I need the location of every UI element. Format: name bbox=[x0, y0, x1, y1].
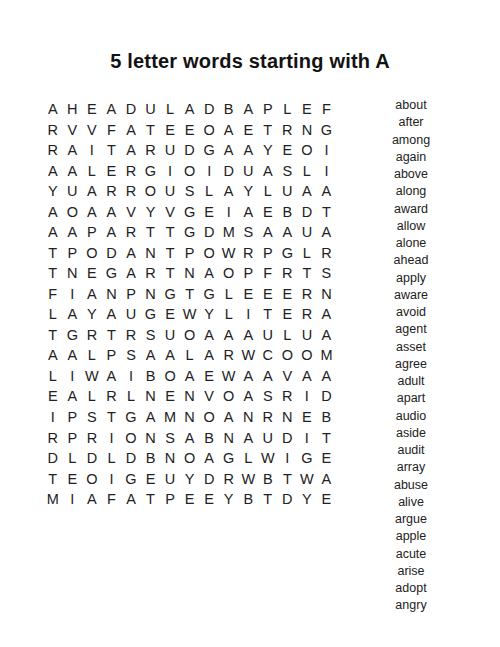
grid-cell-r1c6[interactable]: U bbox=[141, 99, 161, 120]
grid-cell-r8c10[interactable]: W bbox=[219, 243, 239, 264]
grid-cell-r4c5[interactable]: R bbox=[121, 161, 141, 182]
grid-cell-r13c11[interactable]: W bbox=[238, 345, 258, 366]
grid-cell-r9c11[interactable]: P bbox=[238, 263, 258, 284]
grid-cell-r12c2[interactable]: G bbox=[63, 325, 83, 346]
grid-cell-r15c9[interactable]: V bbox=[199, 386, 219, 407]
grid-cell-r14c6[interactable]: B bbox=[141, 366, 161, 387]
grid-cell-r4c9[interactable]: I bbox=[199, 161, 219, 182]
grid-cell-r16c4[interactable]: T bbox=[102, 407, 122, 428]
grid-cell-r2c5[interactable]: A bbox=[121, 120, 141, 141]
grid-cell-r17c11[interactable]: A bbox=[238, 427, 258, 448]
grid-cell-r8c15[interactable]: R bbox=[317, 243, 337, 264]
grid-cell-r4c10[interactable]: D bbox=[219, 161, 239, 182]
grid-cell-r16c10[interactable]: A bbox=[219, 407, 239, 428]
grid-cell-r16c5[interactable]: G bbox=[121, 407, 141, 428]
grid-cell-r3c2[interactable]: A bbox=[63, 140, 83, 161]
grid-cell-r3c13[interactable]: E bbox=[278, 140, 298, 161]
grid-cell-r11c3[interactable]: Y bbox=[82, 304, 102, 325]
grid-cell-r2c15[interactable]: G bbox=[317, 120, 337, 141]
grid-cell-r20c14[interactable]: Y bbox=[297, 489, 317, 510]
grid-cell-r7c3[interactable]: P bbox=[82, 222, 102, 243]
grid-cell-r12c12[interactable]: U bbox=[258, 325, 278, 346]
grid-cell-r11c6[interactable]: G bbox=[141, 304, 161, 325]
grid-cell-r8c3[interactable]: O bbox=[82, 243, 102, 264]
grid-cell-r17c9[interactable]: B bbox=[199, 427, 219, 448]
grid-cell-r15c1[interactable]: E bbox=[43, 386, 63, 407]
grid-cell-r3c4[interactable]: T bbox=[102, 140, 122, 161]
grid-cell-r12c10[interactable]: A bbox=[219, 325, 239, 346]
grid-cell-r20c9[interactable]: E bbox=[199, 489, 219, 510]
grid-cell-r15c12[interactable]: S bbox=[258, 386, 278, 407]
grid-cell-r7c14[interactable]: U bbox=[297, 222, 317, 243]
grid-cell-r20c11[interactable]: B bbox=[238, 489, 258, 510]
grid-cell-r10c4[interactable]: N bbox=[102, 284, 122, 305]
grid-cell-r17c7[interactable]: S bbox=[160, 427, 180, 448]
grid-cell-r15c7[interactable]: E bbox=[160, 386, 180, 407]
grid-cell-r17c4[interactable]: I bbox=[102, 427, 122, 448]
grid-cell-r19c13[interactable]: T bbox=[278, 468, 298, 489]
grid-cell-r14c5[interactable]: I bbox=[121, 366, 141, 387]
grid-cell-r13c5[interactable]: S bbox=[121, 345, 141, 366]
grid-cell-r1c2[interactable]: H bbox=[63, 99, 83, 120]
grid-cell-r17c13[interactable]: D bbox=[278, 427, 298, 448]
grid-cell-r5c8[interactable]: S bbox=[180, 181, 200, 202]
grid-cell-r8c4[interactable]: D bbox=[102, 243, 122, 264]
grid-cell-r13c8[interactable]: L bbox=[180, 345, 200, 366]
grid-cell-r13c7[interactable]: A bbox=[160, 345, 180, 366]
grid-cell-r11c14[interactable]: R bbox=[297, 304, 317, 325]
grid-cell-r11c1[interactable]: L bbox=[43, 304, 63, 325]
grid-cell-r9c13[interactable]: R bbox=[278, 263, 298, 284]
grid-cell-r12c1[interactable]: T bbox=[43, 325, 63, 346]
grid-cell-r16c8[interactable]: N bbox=[180, 407, 200, 428]
grid-cell-r3c3[interactable]: I bbox=[82, 140, 102, 161]
grid-cell-r13c9[interactable]: A bbox=[199, 345, 219, 366]
grid-cell-r3c10[interactable]: A bbox=[219, 140, 239, 161]
grid-cell-r7c10[interactable]: M bbox=[219, 222, 239, 243]
grid-cell-r2c4[interactable]: F bbox=[102, 120, 122, 141]
grid-cell-r1c4[interactable]: A bbox=[102, 99, 122, 120]
grid-cell-r17c1[interactable]: R bbox=[43, 427, 63, 448]
grid-cell-r8c7[interactable]: T bbox=[160, 243, 180, 264]
grid-cell-r10c2[interactable]: I bbox=[63, 284, 83, 305]
grid-cell-r16c2[interactable]: P bbox=[63, 407, 83, 428]
grid-cell-r4c15[interactable]: I bbox=[317, 161, 337, 182]
grid-cell-r19c10[interactable]: R bbox=[219, 468, 239, 489]
grid-cell-r3c8[interactable]: D bbox=[180, 140, 200, 161]
grid-cell-r6c8[interactable]: G bbox=[180, 202, 200, 223]
grid-cell-r1c11[interactable]: A bbox=[238, 99, 258, 120]
grid-cell-r18c2[interactable]: L bbox=[63, 448, 83, 469]
grid-cell-r4c12[interactable]: A bbox=[258, 161, 278, 182]
grid-cell-r14c9[interactable]: E bbox=[199, 366, 219, 387]
grid-cell-r9c2[interactable]: N bbox=[63, 263, 83, 284]
grid-cell-r17c5[interactable]: O bbox=[121, 427, 141, 448]
grid-cell-r11c11[interactable]: I bbox=[238, 304, 258, 325]
grid-cell-r13c1[interactable]: A bbox=[43, 345, 63, 366]
grid-cell-r10c13[interactable]: E bbox=[278, 284, 298, 305]
grid-cell-r15c8[interactable]: N bbox=[180, 386, 200, 407]
grid-cell-r6c5[interactable]: V bbox=[121, 202, 141, 223]
grid-cell-r7c2[interactable]: A bbox=[63, 222, 83, 243]
grid-cell-r7c15[interactable]: A bbox=[317, 222, 337, 243]
grid-cell-r5c7[interactable]: U bbox=[160, 181, 180, 202]
grid-cell-r17c14[interactable]: I bbox=[297, 427, 317, 448]
grid-cell-r17c12[interactable]: U bbox=[258, 427, 278, 448]
grid-cell-r16c15[interactable]: B bbox=[317, 407, 337, 428]
grid-cell-r19c11[interactable]: W bbox=[238, 468, 258, 489]
grid-cell-r10c7[interactable]: G bbox=[160, 284, 180, 305]
grid-cell-r19c1[interactable]: T bbox=[43, 468, 63, 489]
grid-cell-r4c7[interactable]: I bbox=[160, 161, 180, 182]
grid-cell-r1c12[interactable]: P bbox=[258, 99, 278, 120]
grid-cell-r1c10[interactable]: B bbox=[219, 99, 239, 120]
grid-cell-r11c12[interactable]: T bbox=[258, 304, 278, 325]
grid-cell-r20c2[interactable]: I bbox=[63, 489, 83, 510]
grid-cell-r10c11[interactable]: E bbox=[238, 284, 258, 305]
grid-cell-r2c1[interactable]: R bbox=[43, 120, 63, 141]
grid-cell-r4c14[interactable]: L bbox=[297, 161, 317, 182]
grid-cell-r14c1[interactable]: L bbox=[43, 366, 63, 387]
grid-cell-r2c12[interactable]: T bbox=[258, 120, 278, 141]
grid-cell-r10c15[interactable]: N bbox=[317, 284, 337, 305]
grid-cell-r14c7[interactable]: O bbox=[160, 366, 180, 387]
grid-cell-r7c12[interactable]: A bbox=[258, 222, 278, 243]
grid-cell-r18c10[interactable]: G bbox=[219, 448, 239, 469]
grid-cell-r18c15[interactable]: E bbox=[317, 448, 337, 469]
grid-cell-r19c15[interactable]: A bbox=[317, 468, 337, 489]
grid-cell-r17c2[interactable]: P bbox=[63, 427, 83, 448]
grid-cell-r2c9[interactable]: O bbox=[199, 120, 219, 141]
grid-cell-r1c13[interactable]: L bbox=[278, 99, 298, 120]
grid-cell-r8c13[interactable]: G bbox=[278, 243, 298, 264]
grid-cell-r12c8[interactable]: O bbox=[180, 325, 200, 346]
grid-cell-r1c3[interactable]: E bbox=[82, 99, 102, 120]
grid-cell-r11c13[interactable]: E bbox=[278, 304, 298, 325]
grid-cell-r9c4[interactable]: G bbox=[102, 263, 122, 284]
grid-cell-r10c6[interactable]: N bbox=[141, 284, 161, 305]
grid-cell-r13c12[interactable]: C bbox=[258, 345, 278, 366]
grid-cell-r18c13[interactable]: I bbox=[278, 448, 298, 469]
grid-cell-r7c5[interactable]: R bbox=[121, 222, 141, 243]
grid-cell-r14c8[interactable]: A bbox=[180, 366, 200, 387]
grid-cell-r18c1[interactable]: D bbox=[43, 448, 63, 469]
grid-cell-r7c4[interactable]: A bbox=[102, 222, 122, 243]
grid-cell-r8c1[interactable]: T bbox=[43, 243, 63, 264]
grid-cell-r20c5[interactable]: A bbox=[121, 489, 141, 510]
grid-cell-r19c8[interactable]: Y bbox=[180, 468, 200, 489]
grid-cell-r16c1[interactable]: I bbox=[43, 407, 63, 428]
grid-cell-r16c7[interactable]: M bbox=[160, 407, 180, 428]
grid-cell-r17c15[interactable]: T bbox=[317, 427, 337, 448]
grid-cell-r9c12[interactable]: F bbox=[258, 263, 278, 284]
grid-cell-r20c6[interactable]: T bbox=[141, 489, 161, 510]
grid-cell-r19c7[interactable]: U bbox=[160, 468, 180, 489]
grid-cell-r12c5[interactable]: R bbox=[121, 325, 141, 346]
grid-cell-r3c9[interactable]: G bbox=[199, 140, 219, 161]
grid-cell-r8c8[interactable]: P bbox=[180, 243, 200, 264]
grid-cell-r10c3[interactable]: A bbox=[82, 284, 102, 305]
grid-cell-r11c4[interactable]: A bbox=[102, 304, 122, 325]
grid-cell-r14c11[interactable]: A bbox=[238, 366, 258, 387]
grid-cell-r12c9[interactable]: A bbox=[199, 325, 219, 346]
grid-cell-r8c11[interactable]: R bbox=[238, 243, 258, 264]
grid-cell-r19c5[interactable]: G bbox=[121, 468, 141, 489]
grid-cell-r10c8[interactable]: T bbox=[180, 284, 200, 305]
grid-cell-r6c7[interactable]: V bbox=[160, 202, 180, 223]
grid-cell-r5c5[interactable]: R bbox=[121, 181, 141, 202]
grid-cell-r19c6[interactable]: E bbox=[141, 468, 161, 489]
grid-cell-r18c4[interactable]: L bbox=[102, 448, 122, 469]
grid-cell-r1c7[interactable]: L bbox=[160, 99, 180, 120]
grid-cell-r18c7[interactable]: N bbox=[160, 448, 180, 469]
grid-cell-r16c13[interactable]: N bbox=[278, 407, 298, 428]
grid-cell-r10c10[interactable]: L bbox=[219, 284, 239, 305]
grid-cell-r20c12[interactable]: T bbox=[258, 489, 278, 510]
grid-cell-r2c13[interactable]: R bbox=[278, 120, 298, 141]
grid-cell-r2c2[interactable]: V bbox=[63, 120, 83, 141]
grid-cell-r18c5[interactable]: D bbox=[121, 448, 141, 469]
grid-cell-r2c6[interactable]: T bbox=[141, 120, 161, 141]
grid-cell-r15c4[interactable]: R bbox=[102, 386, 122, 407]
grid-cell-r6c14[interactable]: D bbox=[297, 202, 317, 223]
grid-cell-r9c7[interactable]: T bbox=[160, 263, 180, 284]
grid-cell-r18c11[interactable]: L bbox=[238, 448, 258, 469]
grid-cell-r2c3[interactable]: V bbox=[82, 120, 102, 141]
grid-cell-r13c4[interactable]: P bbox=[102, 345, 122, 366]
grid-cell-r15c2[interactable]: A bbox=[63, 386, 83, 407]
grid-cell-r13c2[interactable]: A bbox=[63, 345, 83, 366]
grid-cell-r2c11[interactable]: E bbox=[238, 120, 258, 141]
grid-cell-r14c4[interactable]: A bbox=[102, 366, 122, 387]
grid-cell-r5c10[interactable]: A bbox=[219, 181, 239, 202]
grid-cell-r14c13[interactable]: V bbox=[278, 366, 298, 387]
grid-cell-r1c1[interactable]: A bbox=[43, 99, 63, 120]
grid-cell-r5c9[interactable]: L bbox=[199, 181, 219, 202]
grid-cell-r6c15[interactable]: T bbox=[317, 202, 337, 223]
grid-cell-r6c13[interactable]: B bbox=[278, 202, 298, 223]
grid-cell-r5c3[interactable]: A bbox=[82, 181, 102, 202]
grid-cell-r20c13[interactable]: D bbox=[278, 489, 298, 510]
grid-cell-r6c10[interactable]: I bbox=[219, 202, 239, 223]
grid-cell-r18c14[interactable]: G bbox=[297, 448, 317, 469]
grid-cell-r8c14[interactable]: L bbox=[297, 243, 317, 264]
grid-cell-r7c7[interactable]: T bbox=[160, 222, 180, 243]
grid-cell-r15c6[interactable]: N bbox=[141, 386, 161, 407]
grid-cell-r11c2[interactable]: A bbox=[63, 304, 83, 325]
grid-cell-r3c7[interactable]: U bbox=[160, 140, 180, 161]
grid-cell-r7c13[interactable]: A bbox=[278, 222, 298, 243]
grid-cell-r4c1[interactable]: A bbox=[43, 161, 63, 182]
grid-cell-r18c12[interactable]: W bbox=[258, 448, 278, 469]
grid-cell-r18c6[interactable]: B bbox=[141, 448, 161, 469]
grid-cell-r15c11[interactable]: A bbox=[238, 386, 258, 407]
grid-cell-r11c15[interactable]: A bbox=[317, 304, 337, 325]
grid-cell-r19c4[interactable]: I bbox=[102, 468, 122, 489]
grid-cell-r18c3[interactable]: D bbox=[82, 448, 102, 469]
grid-cell-r2c8[interactable]: E bbox=[180, 120, 200, 141]
grid-cell-r15c15[interactable]: D bbox=[317, 386, 337, 407]
grid-cell-r13c6[interactable]: A bbox=[141, 345, 161, 366]
grid-cell-r4c11[interactable]: U bbox=[238, 161, 258, 182]
grid-cell-r14c15[interactable]: A bbox=[317, 366, 337, 387]
grid-cell-r1c5[interactable]: D bbox=[121, 99, 141, 120]
grid-cell-r19c3[interactable]: O bbox=[82, 468, 102, 489]
grid-cell-r17c10[interactable]: N bbox=[219, 427, 239, 448]
grid-cell-r15c10[interactable]: O bbox=[219, 386, 239, 407]
grid-cell-r1c9[interactable]: D bbox=[199, 99, 219, 120]
grid-cell-r13c15[interactable]: M bbox=[317, 345, 337, 366]
grid-cell-r6c4[interactable]: A bbox=[102, 202, 122, 223]
grid-cell-r9c1[interactable]: T bbox=[43, 263, 63, 284]
grid-cell-r14c10[interactable]: W bbox=[219, 366, 239, 387]
grid-cell-r6c1[interactable]: A bbox=[43, 202, 63, 223]
grid-cell-r5c4[interactable]: R bbox=[102, 181, 122, 202]
grid-cell-r15c5[interactable]: L bbox=[121, 386, 141, 407]
grid-cell-r14c2[interactable]: I bbox=[63, 366, 83, 387]
grid-cell-r19c2[interactable]: E bbox=[63, 468, 83, 489]
grid-cell-r11c10[interactable]: L bbox=[219, 304, 239, 325]
grid-cell-r2c14[interactable]: N bbox=[297, 120, 317, 141]
grid-cell-r20c4[interactable]: F bbox=[102, 489, 122, 510]
grid-cell-r16c6[interactable]: A bbox=[141, 407, 161, 428]
grid-cell-r9c5[interactable]: A bbox=[121, 263, 141, 284]
grid-cell-r13c13[interactable]: O bbox=[278, 345, 298, 366]
grid-cell-r17c3[interactable]: R bbox=[82, 427, 102, 448]
grid-cell-r4c8[interactable]: O bbox=[180, 161, 200, 182]
grid-cell-r4c3[interactable]: L bbox=[82, 161, 102, 182]
grid-cell-r6c3[interactable]: A bbox=[82, 202, 102, 223]
grid-cell-r4c2[interactable]: A bbox=[63, 161, 83, 182]
grid-cell-r13c3[interactable]: L bbox=[82, 345, 102, 366]
grid-cell-r9c14[interactable]: T bbox=[297, 263, 317, 284]
grid-cell-r3c15[interactable]: I bbox=[317, 140, 337, 161]
grid-cell-r7c11[interactable]: S bbox=[238, 222, 258, 243]
grid-cell-r15c13[interactable]: R bbox=[278, 386, 298, 407]
grid-cell-r5c6[interactable]: O bbox=[141, 181, 161, 202]
grid-cell-r11c9[interactable]: Y bbox=[199, 304, 219, 325]
grid-cell-r12c11[interactable]: A bbox=[238, 325, 258, 346]
grid-cell-r5c12[interactable]: L bbox=[258, 181, 278, 202]
grid-cell-r12c13[interactable]: L bbox=[278, 325, 298, 346]
grid-cell-r12c6[interactable]: S bbox=[141, 325, 161, 346]
grid-cell-r19c9[interactable]: D bbox=[199, 468, 219, 489]
grid-cell-r1c14[interactable]: E bbox=[297, 99, 317, 120]
grid-cell-r2c7[interactable]: E bbox=[160, 120, 180, 141]
grid-cell-r12c3[interactable]: R bbox=[82, 325, 102, 346]
grid-cell-r12c7[interactable]: U bbox=[160, 325, 180, 346]
grid-cell-r4c6[interactable]: G bbox=[141, 161, 161, 182]
grid-cell-r5c15[interactable]: A bbox=[317, 181, 337, 202]
grid-cell-r5c11[interactable]: Y bbox=[238, 181, 258, 202]
grid-cell-r9c8[interactable]: N bbox=[180, 263, 200, 284]
grid-cell-r1c15[interactable]: F bbox=[317, 99, 337, 120]
grid-cell-r3c11[interactable]: A bbox=[238, 140, 258, 161]
grid-cell-r10c12[interactable]: E bbox=[258, 284, 278, 305]
grid-cell-r5c2[interactable]: U bbox=[63, 181, 83, 202]
grid-cell-r19c14[interactable]: W bbox=[297, 468, 317, 489]
grid-cell-r14c3[interactable]: W bbox=[82, 366, 102, 387]
grid-cell-r6c12[interactable]: E bbox=[258, 202, 278, 223]
grid-cell-r18c8[interactable]: O bbox=[180, 448, 200, 469]
grid-cell-r6c6[interactable]: Y bbox=[141, 202, 161, 223]
grid-cell-r20c3[interactable]: A bbox=[82, 489, 102, 510]
grid-cell-r7c1[interactable]: A bbox=[43, 222, 63, 243]
grid-cell-r4c4[interactable]: E bbox=[102, 161, 122, 182]
grid-cell-r4c13[interactable]: S bbox=[278, 161, 298, 182]
grid-cell-r8c12[interactable]: P bbox=[258, 243, 278, 264]
grid-cell-r12c4[interactable]: T bbox=[102, 325, 122, 346]
grid-cell-r20c7[interactable]: P bbox=[160, 489, 180, 510]
grid-cell-r3c6[interactable]: R bbox=[141, 140, 161, 161]
grid-cell-r10c9[interactable]: G bbox=[199, 284, 219, 305]
grid-cell-r1c8[interactable]: A bbox=[180, 99, 200, 120]
grid-cell-r5c1[interactable]: Y bbox=[43, 181, 63, 202]
grid-cell-r9c3[interactable]: E bbox=[82, 263, 102, 284]
grid-cell-r17c6[interactable]: N bbox=[141, 427, 161, 448]
grid-cell-r20c10[interactable]: Y bbox=[219, 489, 239, 510]
grid-cell-r11c7[interactable]: E bbox=[160, 304, 180, 325]
grid-cell-r8c9[interactable]: O bbox=[199, 243, 219, 264]
grid-cell-r20c8[interactable]: E bbox=[180, 489, 200, 510]
grid-cell-r10c5[interactable]: P bbox=[121, 284, 141, 305]
grid-cell-r9c15[interactable]: S bbox=[317, 263, 337, 284]
grid-cell-r3c12[interactable]: Y bbox=[258, 140, 278, 161]
grid-cell-r8c2[interactable]: P bbox=[63, 243, 83, 264]
grid-cell-r5c13[interactable]: U bbox=[278, 181, 298, 202]
grid-cell-r7c9[interactable]: D bbox=[199, 222, 219, 243]
grid-cell-r15c3[interactable]: L bbox=[82, 386, 102, 407]
grid-cell-r13c10[interactable]: R bbox=[219, 345, 239, 366]
grid-cell-r11c8[interactable]: W bbox=[180, 304, 200, 325]
grid-cell-r14c12[interactable]: A bbox=[258, 366, 278, 387]
grid-cell-r2c10[interactable]: A bbox=[219, 120, 239, 141]
grid-cell-r14c14[interactable]: A bbox=[297, 366, 317, 387]
grid-cell-r12c15[interactable]: A bbox=[317, 325, 337, 346]
grid-cell-r6c2[interactable]: O bbox=[63, 202, 83, 223]
grid-cell-r17c8[interactable]: A bbox=[180, 427, 200, 448]
grid-cell-r8c5[interactable]: A bbox=[121, 243, 141, 264]
grid-cell-r20c15[interactable]: E bbox=[317, 489, 337, 510]
grid-cell-r9c9[interactable]: A bbox=[199, 263, 219, 284]
grid-cell-r16c12[interactable]: R bbox=[258, 407, 278, 428]
grid-cell-r3c14[interactable]: O bbox=[297, 140, 317, 161]
grid-cell-r12c14[interactable]: U bbox=[297, 325, 317, 346]
grid-cell-r6c9[interactable]: E bbox=[199, 202, 219, 223]
grid-cell-r11c5[interactable]: U bbox=[121, 304, 141, 325]
grid-cell-r18c9[interactable]: A bbox=[199, 448, 219, 469]
grid-cell-r13c14[interactable]: O bbox=[297, 345, 317, 366]
grid-cell-r6c11[interactable]: A bbox=[238, 202, 258, 223]
grid-cell-r10c1[interactable]: F bbox=[43, 284, 63, 305]
grid-cell-r10c14[interactable]: R bbox=[297, 284, 317, 305]
grid-cell-r16c9[interactable]: O bbox=[199, 407, 219, 428]
grid-cell-r16c3[interactable]: S bbox=[82, 407, 102, 428]
grid-cell-r19c12[interactable]: B bbox=[258, 468, 278, 489]
grid-cell-r15c14[interactable]: I bbox=[297, 386, 317, 407]
grid-cell-r7c6[interactable]: T bbox=[141, 222, 161, 243]
grid-cell-r8c6[interactable]: N bbox=[141, 243, 161, 264]
grid-cell-r7c8[interactable]: G bbox=[180, 222, 200, 243]
grid-cell-r5c14[interactable]: A bbox=[297, 181, 317, 202]
grid-cell-r3c1[interactable]: R bbox=[43, 140, 63, 161]
grid-cell-r16c14[interactable]: E bbox=[297, 407, 317, 428]
grid-cell-r16c11[interactable]: N bbox=[238, 407, 258, 428]
grid-cell-r9c10[interactable]: O bbox=[219, 263, 239, 284]
grid-cell-r9c6[interactable]: R bbox=[141, 263, 161, 284]
grid-cell-r20c1[interactable]: M bbox=[43, 489, 63, 510]
grid-cell-r3c5[interactable]: A bbox=[121, 140, 141, 161]
